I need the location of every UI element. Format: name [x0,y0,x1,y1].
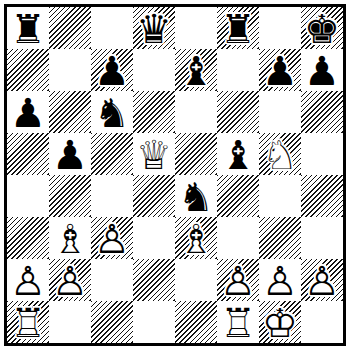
square-h8[interactable]: ♚♚ [301,7,343,49]
square-f2[interactable]: ♟♙ [217,259,259,301]
square-d6[interactable] [133,91,175,133]
square-d4[interactable] [133,175,175,217]
white-bishop-icon: ♗ [49,218,91,260]
black-knight-icon: ♞ [175,176,217,218]
square-b8[interactable] [49,7,91,49]
square-f1[interactable]: ♜♖ [217,301,259,343]
black-queen-icon: ♛ [133,8,175,50]
square-a1[interactable]: ♜♖ [7,301,49,343]
chess-board-frame: ♜♜♛♛♜♜♚♚♟♟♝♝♟♟♟♟♟♟♞♞♟♟♛♕♝♝♞♘♞♞♝♗♟♙♝♗♟♙♟♙… [4,4,346,346]
square-e4[interactable]: ♞♞ [175,175,217,217]
black-king-icon: ♚ [301,8,343,50]
square-c6[interactable]: ♞♞ [91,91,133,133]
chess-board: ♜♜♛♛♜♜♚♚♟♟♝♝♟♟♟♟♟♟♞♞♟♟♛♕♝♝♞♘♞♞♝♗♟♙♝♗♟♙♟♙… [7,7,343,343]
square-e7[interactable]: ♝♝ [175,49,217,91]
square-g5[interactable]: ♞♘ [259,133,301,175]
black-pawn-icon: ♟ [7,92,49,134]
black-pawn-icon: ♟ [49,134,91,176]
square-a5[interactable] [7,133,49,175]
black-pawn-icon: ♟ [259,50,301,92]
square-h3[interactable] [301,217,343,259]
white-pawn-icon: ♙ [217,260,259,302]
white-pawn-icon: ♙ [259,260,301,302]
black-knight-icon: ♞ [91,92,133,134]
white-pawn-icon: ♙ [7,260,49,302]
square-h7[interactable]: ♟♟ [301,49,343,91]
white-queen-icon: ♕ [133,134,175,176]
square-a4[interactable] [7,175,49,217]
square-c7[interactable]: ♟♟ [91,49,133,91]
white-knight-icon: ♘ [259,134,301,176]
square-b4[interactable] [49,175,91,217]
square-g8[interactable] [259,7,301,49]
white-pawn-icon: ♙ [301,260,343,302]
square-d1[interactable] [133,301,175,343]
square-c5[interactable] [91,133,133,175]
square-e3[interactable]: ♝♗ [175,217,217,259]
square-b3[interactable]: ♝♗ [49,217,91,259]
square-a2[interactable]: ♟♙ [7,259,49,301]
square-g3[interactable] [259,217,301,259]
square-h5[interactable] [301,133,343,175]
square-e8[interactable] [175,7,217,49]
square-d8[interactable]: ♛♛ [133,7,175,49]
square-g7[interactable]: ♟♟ [259,49,301,91]
square-e5[interactable] [175,133,217,175]
square-f4[interactable] [217,175,259,217]
square-b1[interactable] [49,301,91,343]
black-pawn-icon: ♟ [91,50,133,92]
square-d5[interactable]: ♛♕ [133,133,175,175]
square-h4[interactable] [301,175,343,217]
white-pawn-icon: ♙ [91,218,133,260]
square-f6[interactable] [217,91,259,133]
square-d7[interactable] [133,49,175,91]
square-c8[interactable] [91,7,133,49]
square-a7[interactable] [7,49,49,91]
black-rook-icon: ♜ [7,8,49,50]
square-e1[interactable] [175,301,217,343]
black-bishop-icon: ♝ [175,50,217,92]
square-h2[interactable]: ♟♙ [301,259,343,301]
square-h6[interactable] [301,91,343,133]
white-pawn-icon: ♙ [49,260,91,302]
square-b7[interactable] [49,49,91,91]
square-f3[interactable] [217,217,259,259]
white-rook-icon: ♖ [7,302,49,344]
square-b2[interactable]: ♟♙ [49,259,91,301]
black-rook-icon: ♜ [217,8,259,50]
square-g6[interactable] [259,91,301,133]
square-e6[interactable] [175,91,217,133]
white-king-icon: ♔ [259,302,301,344]
square-f8[interactable]: ♜♜ [217,7,259,49]
square-f5[interactable]: ♝♝ [217,133,259,175]
white-rook-icon: ♖ [217,302,259,344]
square-b5[interactable]: ♟♟ [49,133,91,175]
square-h1[interactable] [301,301,343,343]
black-bishop-icon: ♝ [217,134,259,176]
square-g4[interactable] [259,175,301,217]
square-d2[interactable] [133,259,175,301]
square-e2[interactable] [175,259,217,301]
square-c3[interactable]: ♟♙ [91,217,133,259]
square-a3[interactable] [7,217,49,259]
black-pawn-icon: ♟ [301,50,343,92]
square-g2[interactable]: ♟♙ [259,259,301,301]
square-g1[interactable]: ♚♔ [259,301,301,343]
square-c2[interactable] [91,259,133,301]
square-b6[interactable] [49,91,91,133]
white-bishop-icon: ♗ [175,218,217,260]
square-a6[interactable]: ♟♟ [7,91,49,133]
square-d3[interactable] [133,217,175,259]
square-f7[interactable] [217,49,259,91]
square-c1[interactable] [91,301,133,343]
square-c4[interactable] [91,175,133,217]
square-a8[interactable]: ♜♜ [7,7,49,49]
